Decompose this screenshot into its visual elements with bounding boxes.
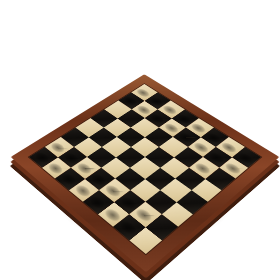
scene: ♜♞♝♚♛♝♞♜♟♟♟♟♟♟♟♟♞♟♟♟♟♟♟♟♜♞♝♚♛♞♝ (0, 0, 280, 280)
chess-board: ♜♞♝♚♛♝♞♜♟♟♟♟♟♟♟♟♞♟♟♟♟♟♟♟♜♞♝♚♛♞♝ (11, 74, 280, 272)
product-photo: ♜♞♝♚♛♝♞♜♟♟♟♟♟♟♟♟♞♟♟♟♟♟♟♟♜♞♝♚♛♞♝ (0, 0, 280, 280)
black-bishop-b8: ♝ (90, 176, 166, 231)
black-knight-b3: ♞ (168, 125, 237, 172)
board-grid: ♜♞♝♚♛♝♞♜♟♟♟♟♟♟♟♟♞♟♟♟♟♟♟♟♜♞♝♚♛♞♝ (29, 84, 261, 254)
